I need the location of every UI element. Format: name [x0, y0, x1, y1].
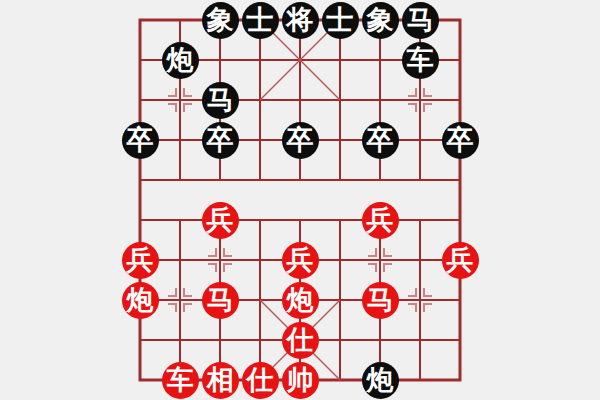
- piece-red-soldier[interactable]: 兵: [442, 242, 479, 279]
- piece-red-elephant[interactable]: 相: [202, 362, 239, 399]
- piece-black-chariot[interactable]: 车: [402, 42, 439, 79]
- piece-black-horse[interactable]: 马: [402, 2, 439, 39]
- piece-black-soldier[interactable]: 卒: [282, 122, 319, 159]
- xiangqi-board: 象士将士象马炮车马卒卒卒卒卒兵兵兵兵兵炮马炮马仕车相仕帅炮: [0, 0, 600, 400]
- piece-red-chariot[interactable]: 车: [162, 362, 199, 399]
- piece-black-soldier[interactable]: 卒: [122, 122, 159, 159]
- piece-black-elephant[interactable]: 象: [202, 2, 239, 39]
- piece-red-horse[interactable]: 马: [202, 282, 239, 319]
- piece-red-soldier[interactable]: 兵: [122, 242, 159, 279]
- piece-black-horse[interactable]: 马: [202, 82, 239, 119]
- piece-red-cannon[interactable]: 炮: [282, 282, 319, 319]
- piece-black-elephant[interactable]: 象: [362, 2, 399, 39]
- piece-red-soldier[interactable]: 兵: [362, 202, 399, 239]
- piece-red-soldier[interactable]: 兵: [202, 202, 239, 239]
- piece-red-horse[interactable]: 马: [362, 282, 399, 319]
- piece-red-advisor[interactable]: 仕: [282, 322, 319, 359]
- board-grid[interactable]: 象士将士象马炮车马卒卒卒卒卒兵兵兵兵兵炮马炮马仕车相仕帅炮: [120, 0, 480, 400]
- piece-black-cannon[interactable]: 炮: [362, 362, 399, 399]
- piece-black-soldier[interactable]: 卒: [362, 122, 399, 159]
- piece-red-cannon[interactable]: 炮: [122, 282, 159, 319]
- piece-black-cannon[interactable]: 炮: [162, 42, 199, 79]
- piece-red-soldier[interactable]: 兵: [282, 242, 319, 279]
- piece-black-soldier[interactable]: 卒: [442, 122, 479, 159]
- piece-red-general[interactable]: 帅: [282, 362, 319, 399]
- piece-black-general[interactable]: 将: [282, 2, 319, 39]
- piece-black-soldier[interactable]: 卒: [202, 122, 239, 159]
- piece-red-advisor[interactable]: 仕: [242, 362, 279, 399]
- piece-black-advisor[interactable]: 士: [242, 2, 279, 39]
- piece-black-advisor[interactable]: 士: [322, 2, 359, 39]
